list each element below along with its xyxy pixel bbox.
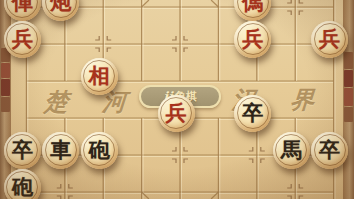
piece-glyph: 兵 bbox=[319, 28, 340, 49]
piece-glyph: 車 bbox=[50, 139, 71, 160]
rail-decor-block bbox=[1, 63, 10, 78]
rail-decor-block bbox=[344, 70, 353, 87]
piece-red-相[interactable]: 相 bbox=[81, 58, 118, 95]
piece-glyph: 卒 bbox=[242, 102, 263, 123]
piece-glyph: 卒 bbox=[319, 139, 340, 160]
piece-red-兵[interactable]: 兵 bbox=[311, 21, 348, 58]
piece-glyph: 馬 bbox=[281, 139, 302, 160]
piece-red-兵[interactable]: 兵 bbox=[234, 21, 271, 58]
piece-glyph: 卒 bbox=[12, 139, 33, 160]
piece-glyph: 砲 bbox=[12, 176, 33, 197]
piece-glyph: 兵 bbox=[166, 102, 187, 123]
piece-glyph: 砲 bbox=[89, 139, 110, 160]
piece-black-馬[interactable]: 馬 bbox=[273, 132, 310, 169]
piece-red-兵[interactable]: 兵 bbox=[4, 21, 41, 58]
piece-glyph: 俥 bbox=[12, 0, 33, 12]
rail-decor-block bbox=[344, 88, 353, 106]
piece-red-兵[interactable]: 兵 bbox=[158, 95, 195, 132]
rail-decor-block bbox=[344, 52, 353, 69]
piece-black-車[interactable]: 車 bbox=[42, 132, 79, 169]
piece-black-卒[interactable]: 卒 bbox=[4, 132, 41, 169]
piece-black-砲[interactable]: 砲 bbox=[81, 132, 118, 169]
xiangqi-game-screen: 楚 河 汉 界 jj 象棋 俥炮傌兵兵兵相兵卒卒車砲馬卒砲 bbox=[0, 0, 354, 199]
piece-black-卒[interactable]: 卒 bbox=[311, 132, 348, 169]
piece-glyph: 兵 bbox=[12, 28, 33, 49]
piece-glyph: 傌 bbox=[242, 0, 263, 12]
rail-decor-block bbox=[344, 107, 353, 122]
rail-decor-block bbox=[1, 97, 10, 112]
piece-black-卒[interactable]: 卒 bbox=[234, 95, 271, 132]
piece-glyph: 兵 bbox=[242, 28, 263, 49]
piece-glyph: 相 bbox=[89, 65, 110, 86]
piece-glyph: 炮 bbox=[50, 0, 71, 12]
rail-decor-block bbox=[1, 79, 10, 96]
